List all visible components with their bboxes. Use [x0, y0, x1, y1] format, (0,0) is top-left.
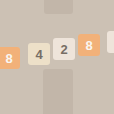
tile-8: 8	[78, 34, 100, 56]
2048-board-fragment[interactable]: 84282	[0, 0, 114, 114]
tile-8: 8	[0, 47, 20, 69]
board-gap-column-bottom	[43, 69, 73, 114]
board-gap-column-top	[44, 0, 73, 14]
tile-4: 4	[28, 43, 50, 65]
tile-2: 2	[107, 31, 114, 53]
tile-2: 2	[53, 38, 75, 60]
